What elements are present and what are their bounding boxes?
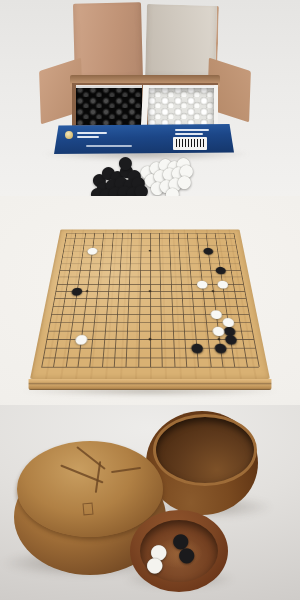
lid-carving [76, 446, 106, 470]
box-opening [72, 83, 218, 127]
black-stone: ● [213, 342, 227, 352]
grid-line-horizontal [43, 357, 257, 358]
star-point [212, 290, 215, 292]
label-text-line [86, 145, 132, 147]
paper-liner [148, 85, 214, 88]
grid-line-vertical [224, 233, 247, 367]
label-text-line [175, 133, 203, 135]
star-point [149, 290, 152, 292]
grid-line-vertical [53, 233, 76, 367]
black-stone: ● [70, 287, 82, 295]
grid-line-vertical [114, 233, 123, 367]
grid-line-horizontal [41, 367, 259, 368]
black-stone: ● [202, 247, 213, 254]
star-point [149, 250, 151, 252]
white-stone: ● [146, 557, 162, 572]
grid-line-vertical [178, 233, 187, 367]
grid-line-vertical [150, 233, 151, 367]
black-stones-compartment [76, 86, 142, 125]
white-stone: ● [74, 334, 87, 344]
grid-line-vertical [159, 233, 163, 367]
star-point [86, 290, 89, 292]
board-front-edge [29, 379, 272, 390]
white-stone: ● [216, 280, 228, 288]
bowls-photo-section: ●●●● [0, 405, 300, 600]
black-stone: ● [178, 547, 194, 562]
white-stone: ● [211, 325, 224, 335]
lid-carving [95, 461, 101, 493]
black-stone: ● [215, 266, 227, 274]
grid-line-horizontal [54, 298, 246, 299]
star-point [149, 338, 152, 340]
label-text-line [175, 129, 209, 131]
black-stone: ● [118, 155, 132, 169]
grid-line-vertical [169, 233, 176, 367]
grid-line-vertical [138, 233, 142, 367]
box-lid-flap-left [73, 2, 143, 84]
grid-line-vertical [41, 233, 67, 367]
lid-carving [111, 467, 141, 473]
white-stone: ● [196, 280, 208, 288]
box-photo-section: ●●●●●●●●●●●●●●●●●●●● ●●●●●●●●●●●●●●● [0, 0, 300, 196]
brand-logo-icon [65, 131, 73, 139]
grid-line-vertical [126, 233, 132, 367]
board-photo-section: ●●●●●●●●●●●●●● [0, 196, 300, 405]
label-text-line [77, 132, 107, 134]
goban-grid: ●●●●●●●●●●●●●● [41, 233, 258, 367]
paper-liner-edge [214, 85, 218, 126]
barcode-icon [173, 137, 207, 150]
black-stone: ● [190, 342, 203, 352]
grid-line-vertical [65, 233, 85, 367]
go-board: ●●●●●●●●●●●●●● [30, 229, 270, 379]
inverted-lid-dish: ●●●● [130, 510, 228, 592]
white-stone: ● [209, 309, 222, 318]
open-bowl-interior [153, 414, 257, 486]
white-stone: ● [87, 247, 98, 254]
lid-seal-mark [82, 503, 93, 516]
white-stones-compartment [148, 86, 214, 125]
paper-liner [76, 85, 142, 88]
label-text-line [77, 136, 99, 138]
grid-line-vertical [102, 233, 114, 367]
box-front-label [54, 124, 234, 154]
grid-line-vertical [233, 233, 259, 367]
